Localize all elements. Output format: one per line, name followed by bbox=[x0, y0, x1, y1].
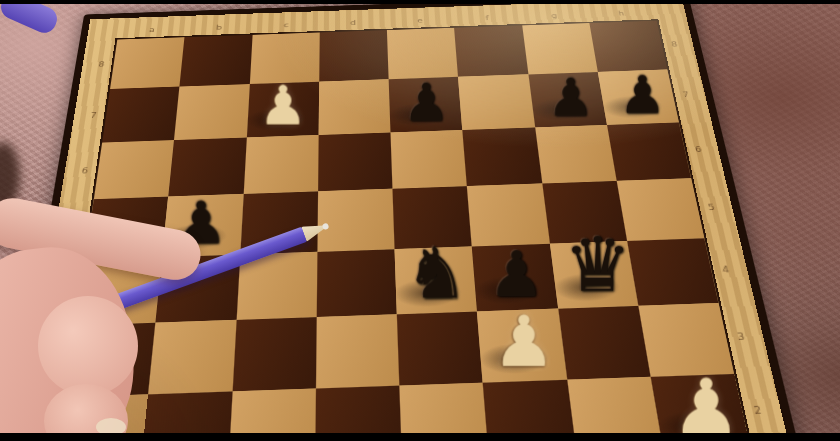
square-d6 bbox=[318, 132, 393, 191]
file-label: a bbox=[117, 21, 186, 39]
square-b3 bbox=[148, 320, 236, 394]
letterbox-top bbox=[0, 0, 840, 4]
square-e3 bbox=[397, 312, 483, 385]
black-knight-e4: ♞ bbox=[405, 239, 468, 309]
square-e5 bbox=[392, 186, 472, 249]
square-c8 bbox=[249, 33, 319, 85]
piece-shadow bbox=[552, 272, 623, 302]
white-pawn-c7: ♟ bbox=[258, 78, 307, 132]
black-pawn-h7: ♟ bbox=[619, 68, 666, 120]
square-h8 bbox=[589, 21, 667, 72]
piece-shadow bbox=[388, 102, 449, 126]
square-h6 bbox=[607, 122, 691, 181]
square-g7: ♟ bbox=[528, 72, 607, 127]
file-label: g bbox=[520, 7, 589, 25]
square-f3: ♟ bbox=[477, 309, 566, 382]
piece-shadow bbox=[530, 97, 593, 121]
square-f4: ♟ bbox=[472, 244, 558, 312]
piece-shadow bbox=[394, 278, 462, 308]
square-h4 bbox=[627, 238, 719, 306]
square-h5 bbox=[616, 178, 704, 241]
square-g6 bbox=[535, 125, 617, 184]
file-label: d bbox=[320, 14, 387, 32]
square-d3 bbox=[316, 314, 400, 387]
square-e7: ♟ bbox=[389, 77, 463, 132]
square-c3 bbox=[232, 317, 316, 391]
square-c7: ♟ bbox=[246, 82, 319, 137]
square-d5 bbox=[317, 189, 394, 252]
black-pawn-e7: ♟ bbox=[403, 75, 450, 127]
file-label: b bbox=[185, 18, 253, 36]
square-g5 bbox=[542, 181, 627, 244]
square-f2 bbox=[483, 379, 576, 441]
square-f8 bbox=[454, 25, 528, 77]
square-b8 bbox=[180, 35, 252, 87]
white-pawn-h2: ♟ bbox=[671, 367, 742, 441]
square-d8 bbox=[319, 30, 389, 82]
file-label: h bbox=[586, 4, 656, 22]
square-c6 bbox=[243, 135, 318, 194]
square-a7 bbox=[102, 87, 179, 142]
square-f6 bbox=[463, 127, 542, 186]
square-g4: ♛ bbox=[549, 241, 638, 309]
square-h2: ♟ bbox=[650, 373, 750, 441]
letterbox-bottom bbox=[0, 433, 840, 441]
file-label: f bbox=[453, 9, 522, 27]
white-pawn-f3: ♟ bbox=[493, 306, 556, 377]
square-g8 bbox=[522, 23, 598, 74]
square-d7 bbox=[318, 79, 390, 134]
square-a6 bbox=[94, 140, 174, 199]
square-f5 bbox=[467, 183, 549, 246]
square-e4: ♞ bbox=[395, 246, 478, 314]
square-g3 bbox=[558, 306, 651, 379]
square-a8 bbox=[110, 37, 185, 89]
file-label: e bbox=[386, 11, 454, 29]
square-f7 bbox=[458, 75, 534, 130]
square-h7: ♟ bbox=[598, 70, 679, 125]
piece-shadow bbox=[473, 275, 542, 305]
hand-knuckle bbox=[38, 296, 138, 396]
video-frame: abcdefgh 87654321 87654321 ♟♟♟♟♟♞♟♛♟♟♟ bbox=[0, 0, 840, 441]
square-b6 bbox=[168, 137, 246, 196]
square-d4 bbox=[316, 249, 396, 317]
piece-shadow bbox=[478, 342, 550, 374]
piece-shadow bbox=[245, 107, 306, 132]
square-h3 bbox=[638, 303, 734, 376]
black-pawn-g7: ♟ bbox=[547, 70, 594, 122]
black-pawn-f4: ♟ bbox=[489, 243, 545, 306]
square-e8 bbox=[387, 28, 458, 80]
square-g2 bbox=[567, 376, 664, 441]
square-b7 bbox=[174, 84, 249, 139]
file-label: c bbox=[252, 16, 320, 34]
square-e6 bbox=[390, 130, 467, 189]
piece-shadow bbox=[600, 95, 664, 119]
